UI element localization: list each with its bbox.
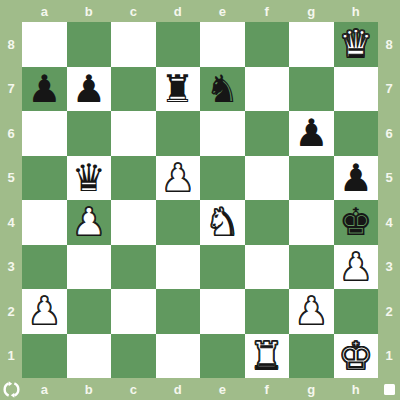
piece-black-pawn[interactable]: ♟ xyxy=(339,156,373,200)
piece-white-queen[interactable]: ♛ xyxy=(339,22,373,66)
square-c8[interactable] xyxy=(111,22,156,67)
piece-white-pawn[interactable]: ♟ xyxy=(72,200,106,244)
piece-black-knight[interactable]: ♞ xyxy=(205,67,239,111)
square-e1[interactable] xyxy=(200,334,245,379)
file-label-g: g xyxy=(289,0,334,22)
file-label-f: f xyxy=(245,0,290,22)
square-a4[interactable] xyxy=(22,200,67,245)
file-label-c: c xyxy=(111,378,156,400)
rank-label-5: 5 xyxy=(0,156,22,201)
square-d4[interactable] xyxy=(156,200,201,245)
flip-board-icon xyxy=(3,381,20,398)
piece-white-pawn[interactable]: ♟ xyxy=(161,156,195,200)
rank-label-7: 7 xyxy=(378,67,400,112)
file-label-d: d xyxy=(156,0,201,22)
piece-white-rook[interactable]: ♜ xyxy=(250,334,284,378)
square-c5[interactable] xyxy=(111,156,156,201)
file-label-a: a xyxy=(22,0,67,22)
square-f8[interactable] xyxy=(245,22,290,67)
square-c6[interactable] xyxy=(111,111,156,156)
square-f1[interactable]: ♜ xyxy=(245,334,290,379)
file-label-d: d xyxy=(156,378,201,400)
square-d6[interactable] xyxy=(156,111,201,156)
square-e4[interactable]: ♞ xyxy=(200,200,245,245)
square-g5[interactable] xyxy=(289,156,334,201)
square-a6[interactable] xyxy=(22,111,67,156)
rank-label-3: 3 xyxy=(0,245,22,290)
square-d7[interactable]: ♜ xyxy=(156,67,201,112)
square-g4[interactable] xyxy=(289,200,334,245)
square-e2[interactable] xyxy=(200,289,245,334)
square-h6[interactable] xyxy=(334,111,379,156)
square-f7[interactable] xyxy=(245,67,290,112)
chess-board-frame: abcdefgh 87654321 ♛♟♟♜♞♟♛♟♟♟♞♚♟♟♟♜♚ 8765… xyxy=(0,0,400,400)
square-d5[interactable]: ♟ xyxy=(156,156,201,201)
square-h3[interactable]: ♟ xyxy=(334,245,379,290)
square-g2[interactable]: ♟ xyxy=(289,289,334,334)
rank-label-1: 1 xyxy=(0,334,22,379)
piece-white-pawn[interactable]: ♟ xyxy=(27,289,61,333)
square-a5[interactable] xyxy=(22,156,67,201)
square-h8[interactable]: ♛ xyxy=(334,22,379,67)
square-c4[interactable] xyxy=(111,200,156,245)
file-labels-bottom: abcdefgh xyxy=(22,378,378,400)
square-d1[interactable] xyxy=(156,334,201,379)
square-b6[interactable] xyxy=(67,111,112,156)
rank-label-1: 1 xyxy=(378,334,400,379)
square-d2[interactable] xyxy=(156,289,201,334)
piece-black-pawn[interactable]: ♟ xyxy=(27,67,61,111)
square-g3[interactable] xyxy=(289,245,334,290)
rank-label-3: 3 xyxy=(378,245,400,290)
square-b2[interactable] xyxy=(67,289,112,334)
square-b7[interactable]: ♟ xyxy=(67,67,112,112)
file-label-g: g xyxy=(289,378,334,400)
square-e6[interactable] xyxy=(200,111,245,156)
file-label-b: b xyxy=(67,378,112,400)
rank-label-8: 8 xyxy=(378,22,400,67)
square-a8[interactable] xyxy=(22,22,67,67)
rank-label-7: 7 xyxy=(0,67,22,112)
piece-white-knight[interactable]: ♞ xyxy=(205,200,239,244)
file-labels-top: abcdefgh xyxy=(22,0,378,22)
white-square-icon xyxy=(384,384,395,395)
square-f2[interactable] xyxy=(245,289,290,334)
piece-white-king[interactable]: ♚ xyxy=(339,334,373,378)
square-d3[interactable] xyxy=(156,245,201,290)
rank-label-2: 2 xyxy=(0,289,22,334)
square-b3[interactable] xyxy=(67,245,112,290)
rank-label-4: 4 xyxy=(0,200,22,245)
square-marker-button[interactable] xyxy=(378,378,400,400)
file-label-b: b xyxy=(67,0,112,22)
square-b8[interactable] xyxy=(67,22,112,67)
square-e3[interactable] xyxy=(200,245,245,290)
corner-top-right xyxy=(378,0,400,22)
file-label-h: h xyxy=(334,0,379,22)
square-e7[interactable]: ♞ xyxy=(200,67,245,112)
rank-labels-right: 87654321 xyxy=(378,22,400,378)
square-f3[interactable] xyxy=(245,245,290,290)
square-a7[interactable]: ♟ xyxy=(22,67,67,112)
rank-label-4: 4 xyxy=(378,200,400,245)
square-b1[interactable] xyxy=(67,334,112,379)
square-f5[interactable] xyxy=(245,156,290,201)
rank-label-6: 6 xyxy=(0,111,22,156)
square-e5[interactable] xyxy=(200,156,245,201)
corner-bottom-right xyxy=(378,378,400,400)
square-a1[interactable] xyxy=(22,334,67,379)
square-c3[interactable] xyxy=(111,245,156,290)
square-h7[interactable] xyxy=(334,67,379,112)
piece-black-queen[interactable]: ♛ xyxy=(72,156,106,200)
rank-label-8: 8 xyxy=(0,22,22,67)
square-a2[interactable]: ♟ xyxy=(22,289,67,334)
flip-board-button[interactable] xyxy=(0,378,22,400)
rank-labels-left: 87654321 xyxy=(0,22,22,378)
square-h1[interactable]: ♚ xyxy=(334,334,379,379)
square-d8[interactable] xyxy=(156,22,201,67)
piece-black-pawn[interactable]: ♟ xyxy=(294,111,328,155)
rank-label-5: 5 xyxy=(378,156,400,201)
square-g6[interactable]: ♟ xyxy=(289,111,334,156)
square-c7[interactable] xyxy=(111,67,156,112)
piece-black-rook[interactable]: ♜ xyxy=(161,67,195,111)
square-g8[interactable] xyxy=(289,22,334,67)
square-a3[interactable] xyxy=(22,245,67,290)
file-label-f: f xyxy=(245,378,290,400)
square-h4[interactable]: ♚ xyxy=(334,200,379,245)
square-f4[interactable] xyxy=(245,200,290,245)
rank-label-2: 2 xyxy=(378,289,400,334)
piece-white-pawn[interactable]: ♟ xyxy=(339,245,373,289)
square-e8[interactable] xyxy=(200,22,245,67)
square-c1[interactable] xyxy=(111,334,156,379)
square-h5[interactable]: ♟ xyxy=(334,156,379,201)
rank-label-6: 6 xyxy=(378,111,400,156)
square-g1[interactable] xyxy=(289,334,334,379)
square-g7[interactable] xyxy=(289,67,334,112)
square-h2[interactable] xyxy=(334,289,379,334)
piece-white-pawn[interactable]: ♟ xyxy=(294,289,328,333)
file-label-c: c xyxy=(111,0,156,22)
square-f6[interactable] xyxy=(245,111,290,156)
file-label-e: e xyxy=(200,378,245,400)
file-label-a: a xyxy=(22,378,67,400)
piece-black-king[interactable]: ♚ xyxy=(339,200,373,244)
square-b5[interactable]: ♛ xyxy=(67,156,112,201)
file-label-h: h xyxy=(334,378,379,400)
board-grid: ♛♟♟♜♞♟♛♟♟♟♞♚♟♟♟♜♚ xyxy=(22,22,378,378)
corner-top-left xyxy=(0,0,22,22)
square-c2[interactable] xyxy=(111,289,156,334)
file-label-e: e xyxy=(200,0,245,22)
corner-bottom-left xyxy=(0,378,22,400)
square-b4[interactable]: ♟ xyxy=(67,200,112,245)
piece-black-pawn[interactable]: ♟ xyxy=(72,67,106,111)
